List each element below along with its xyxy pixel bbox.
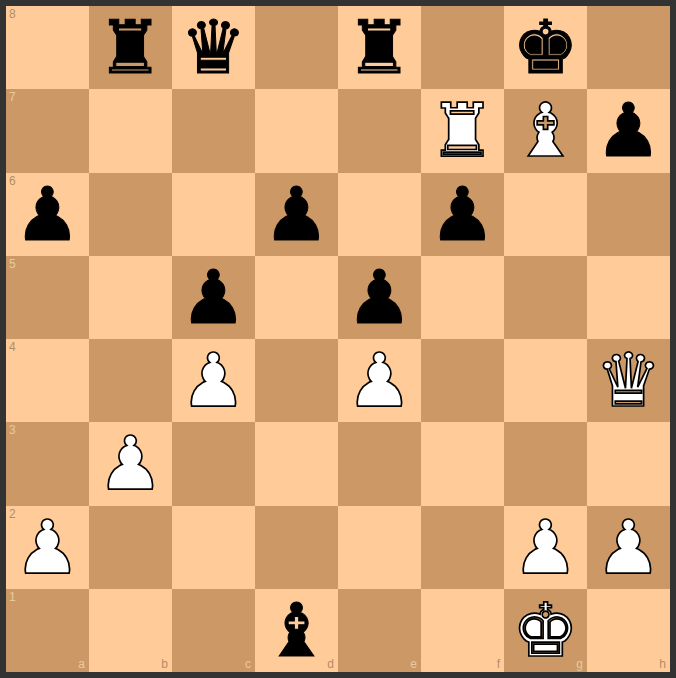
square-f6[interactable]: ♟ <box>421 173 504 256</box>
square-a6[interactable]: 6♟ <box>6 173 89 256</box>
square-a4[interactable]: 4 <box>6 339 89 422</box>
square-b6[interactable] <box>89 173 172 256</box>
white-rook[interactable]: ♜ <box>429 89 495 172</box>
square-c4[interactable]: ♟ <box>172 339 255 422</box>
square-e3[interactable] <box>338 422 421 505</box>
square-h5[interactable] <box>587 256 670 339</box>
square-c7[interactable] <box>172 89 255 172</box>
square-f2[interactable] <box>421 506 504 589</box>
black-rook[interactable]: ♜ <box>97 6 163 89</box>
square-b2[interactable] <box>89 506 172 589</box>
square-a3[interactable]: 3 <box>6 422 89 505</box>
square-b5[interactable] <box>89 256 172 339</box>
white-bishop[interactable]: ♝ <box>512 89 578 172</box>
square-c8[interactable]: ♛ <box>172 6 255 89</box>
square-g1[interactable]: g♚ <box>504 589 587 672</box>
square-c5[interactable]: ♟ <box>172 256 255 339</box>
square-b7[interactable] <box>89 89 172 172</box>
square-h4[interactable]: ♛ <box>587 339 670 422</box>
rank-label-7: 7 <box>9 91 16 103</box>
black-pawn[interactable]: ♟ <box>429 173 495 256</box>
rank-label-1: 1 <box>9 591 16 603</box>
square-f7[interactable]: ♜ <box>421 89 504 172</box>
square-a2[interactable]: 2♟ <box>6 506 89 589</box>
square-d2[interactable] <box>255 506 338 589</box>
white-pawn[interactable]: ♟ <box>14 506 80 589</box>
square-h6[interactable] <box>587 173 670 256</box>
square-h1[interactable]: h <box>587 589 670 672</box>
square-b8[interactable]: ♜ <box>89 6 172 89</box>
black-bishop[interactable]: ♝ <box>263 589 329 672</box>
square-g2[interactable]: ♟ <box>504 506 587 589</box>
black-pawn[interactable]: ♟ <box>180 256 246 339</box>
square-a1[interactable]: 1a <box>6 589 89 672</box>
file-label-h: h <box>659 658 666 670</box>
square-g7[interactable]: ♝ <box>504 89 587 172</box>
square-h8[interactable] <box>587 6 670 89</box>
black-pawn[interactable]: ♟ <box>595 89 661 172</box>
chess-board-frame: 8♜♛♜♚7♜♝♟6♟♟♟5♟♟4♟♟♛3♟2♟♟♟1abcd♝efg♚h <box>0 0 676 678</box>
square-c1[interactable]: c <box>172 589 255 672</box>
square-b4[interactable] <box>89 339 172 422</box>
file-label-a: a <box>78 658 85 670</box>
square-a7[interactable]: 7 <box>6 89 89 172</box>
rank-label-4: 4 <box>9 341 16 353</box>
square-c3[interactable] <box>172 422 255 505</box>
square-e6[interactable] <box>338 173 421 256</box>
square-h7[interactable]: ♟ <box>587 89 670 172</box>
rank-label-8: 8 <box>9 8 16 20</box>
square-g3[interactable] <box>504 422 587 505</box>
square-d4[interactable] <box>255 339 338 422</box>
square-h3[interactable] <box>587 422 670 505</box>
black-pawn[interactable]: ♟ <box>346 256 412 339</box>
file-label-c: c <box>245 658 251 670</box>
black-rook[interactable]: ♜ <box>346 6 412 89</box>
rank-label-5: 5 <box>9 258 16 270</box>
white-pawn[interactable]: ♟ <box>512 506 578 589</box>
square-b3[interactable]: ♟ <box>89 422 172 505</box>
square-h2[interactable]: ♟ <box>587 506 670 589</box>
square-f8[interactable] <box>421 6 504 89</box>
file-label-e: e <box>410 658 417 670</box>
black-king[interactable]: ♚ <box>512 6 578 89</box>
black-pawn[interactable]: ♟ <box>14 173 80 256</box>
white-pawn[interactable]: ♟ <box>595 506 661 589</box>
square-e4[interactable]: ♟ <box>338 339 421 422</box>
square-d7[interactable] <box>255 89 338 172</box>
square-e5[interactable]: ♟ <box>338 256 421 339</box>
file-label-b: b <box>161 658 168 670</box>
square-d6[interactable]: ♟ <box>255 173 338 256</box>
square-e1[interactable]: e <box>338 589 421 672</box>
square-d5[interactable] <box>255 256 338 339</box>
square-f1[interactable]: f <box>421 589 504 672</box>
square-g6[interactable] <box>504 173 587 256</box>
white-pawn[interactable]: ♟ <box>346 339 412 422</box>
black-pawn[interactable]: ♟ <box>263 173 329 256</box>
white-pawn[interactable]: ♟ <box>180 339 246 422</box>
white-king[interactable]: ♚ <box>512 589 578 672</box>
square-d8[interactable] <box>255 6 338 89</box>
square-c2[interactable] <box>172 506 255 589</box>
square-g8[interactable]: ♚ <box>504 6 587 89</box>
square-f5[interactable] <box>421 256 504 339</box>
square-c6[interactable] <box>172 173 255 256</box>
square-g4[interactable] <box>504 339 587 422</box>
square-f4[interactable] <box>421 339 504 422</box>
square-d3[interactable] <box>255 422 338 505</box>
square-f3[interactable] <box>421 422 504 505</box>
square-g5[interactable] <box>504 256 587 339</box>
file-label-f: f <box>497 658 500 670</box>
square-e7[interactable] <box>338 89 421 172</box>
square-b1[interactable]: b <box>89 589 172 672</box>
square-e8[interactable]: ♜ <box>338 6 421 89</box>
square-a5[interactable]: 5 <box>6 256 89 339</box>
white-queen[interactable]: ♛ <box>595 339 661 422</box>
chess-board: 8♜♛♜♚7♜♝♟6♟♟♟5♟♟4♟♟♛3♟2♟♟♟1abcd♝efg♚h <box>6 6 670 672</box>
square-a8[interactable]: 8 <box>6 6 89 89</box>
white-pawn[interactable]: ♟ <box>97 422 163 505</box>
square-d1[interactable]: d♝ <box>255 589 338 672</box>
black-queen[interactable]: ♛ <box>180 6 246 89</box>
rank-label-3: 3 <box>9 424 16 436</box>
square-e2[interactable] <box>338 506 421 589</box>
